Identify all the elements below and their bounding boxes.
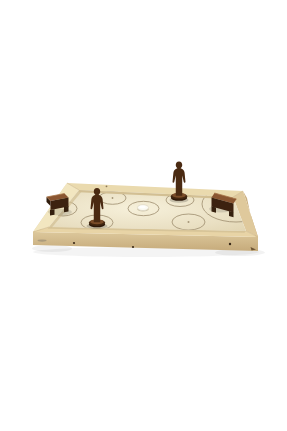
front-hole-left — [73, 242, 75, 244]
back-rail-knot — [106, 185, 108, 187]
bottom-right-faceoff-dot — [188, 221, 190, 223]
left-goal-foot-near — [50, 209, 55, 215]
front-logo-smudge — [38, 240, 47, 242]
front-hole-middle — [132, 246, 134, 248]
left-goal-foot-far — [64, 206, 69, 212]
board-photo — [0, 0, 287, 431]
top-left-faceoff-dot — [112, 197, 114, 199]
puck-highlight — [139, 206, 145, 209]
player-figure-right[interactable] — [170, 162, 189, 203]
front-hole-right — [229, 243, 231, 245]
product-photo — [0, 0, 287, 431]
puck[interactable] — [137, 205, 149, 212]
